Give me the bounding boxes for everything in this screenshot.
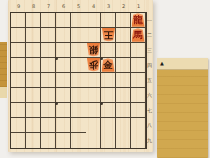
board-cell-2一[interactable] xyxy=(116,13,131,28)
board-cell-5四[interactable] xyxy=(71,58,86,73)
file-label-8: 8 xyxy=(26,1,41,11)
board-cell-4四[interactable]: 歩 xyxy=(86,58,101,73)
board-cell-2九[interactable] xyxy=(116,133,131,148)
board-cell-5二[interactable] xyxy=(71,28,86,43)
board-cell-2八[interactable] xyxy=(116,118,131,133)
piece-gote-silver[interactable]: 銀 xyxy=(87,43,100,57)
board-cell-6一[interactable] xyxy=(56,13,71,28)
board-cell-8二[interactable] xyxy=(26,28,41,43)
board-cell-1五[interactable] xyxy=(131,73,146,88)
rank-labels: 一二三四五六七八九 xyxy=(146,12,153,149)
board-cell-7一[interactable] xyxy=(41,13,56,28)
piece-gote-king[interactable]: 王 xyxy=(102,28,115,42)
shogi-board: 987654321 龍王馬銀歩金 一二三四五六七八九 xyxy=(8,0,153,152)
board-cell-8九[interactable] xyxy=(26,133,41,148)
file-labels: 987654321 xyxy=(11,1,146,11)
file-label-6: 6 xyxy=(56,1,71,11)
board-cell-4五[interactable] xyxy=(86,73,101,88)
board-cell-6七[interactable] xyxy=(56,103,71,118)
board-cell-4八[interactable] xyxy=(86,118,101,133)
file-label-2: 2 xyxy=(116,1,131,11)
board-cell-7四[interactable] xyxy=(41,58,56,73)
file-label-5: 5 xyxy=(71,1,86,11)
board-cell-3七[interactable] xyxy=(101,103,116,118)
board-cell-7九[interactable] xyxy=(41,133,56,148)
file-label-9: 9 xyxy=(11,1,26,11)
file-label-7: 7 xyxy=(41,1,56,11)
board-cell-2五[interactable] xyxy=(116,73,131,88)
board-cell-8三[interactable] xyxy=(26,43,41,58)
piece-sente-dragon[interactable]: 龍 xyxy=(132,13,145,27)
board-cell-9六[interactable] xyxy=(11,88,26,103)
file-label-4: 4 xyxy=(86,1,101,11)
board-cell-3一[interactable] xyxy=(101,13,116,28)
board-cell-1九[interactable] xyxy=(131,133,146,148)
rank-label: 九 xyxy=(146,132,153,147)
board-cell-8五[interactable] xyxy=(26,73,41,88)
board-cell-3六[interactable] xyxy=(101,88,116,103)
board-cell-6八[interactable] xyxy=(56,118,71,133)
board-cell-4三[interactable]: 銀 xyxy=(86,43,101,58)
gote-piece-stand xyxy=(0,42,7,87)
board-cell-5八[interactable] xyxy=(71,118,86,133)
rank-label: 五 xyxy=(146,72,153,87)
piece-gote-pawn[interactable]: 歩 xyxy=(87,58,100,72)
board-cell-9七[interactable] xyxy=(11,103,26,118)
sente-piece-stand: ▲ xyxy=(157,58,208,158)
board-cell-9三[interactable] xyxy=(11,43,26,58)
board-cell-8一[interactable] xyxy=(26,13,41,28)
board-cell-6二[interactable] xyxy=(56,28,71,43)
board-cell-6六[interactable] xyxy=(56,88,71,103)
board-cell-8七[interactable] xyxy=(26,103,41,118)
board-cell-6四[interactable] xyxy=(56,58,71,73)
file-label-1: 1 xyxy=(131,1,146,11)
piece-sente-gold[interactable]: 金 xyxy=(102,58,115,72)
board-cell-1三[interactable] xyxy=(131,43,146,58)
board-cell-4九[interactable] xyxy=(86,133,101,148)
board-cell-2二[interactable] xyxy=(116,28,131,43)
board-cell-8四[interactable] xyxy=(26,58,41,73)
rank-label: 七 xyxy=(146,102,153,117)
board-cell-9四[interactable] xyxy=(11,58,26,73)
piece-sente-horse[interactable]: 馬 xyxy=(132,28,145,42)
board-cell-2四[interactable] xyxy=(116,58,131,73)
rank-label: 一 xyxy=(146,12,153,27)
rank-label: 四 xyxy=(146,57,153,72)
board-cell-8六[interactable] xyxy=(26,88,41,103)
board-cell-1六[interactable] xyxy=(131,88,146,103)
board-cell-5七[interactable] xyxy=(71,103,86,118)
star-point xyxy=(55,102,58,105)
board-cell-9二[interactable] xyxy=(11,28,26,43)
board-cell-7二[interactable] xyxy=(41,28,56,43)
board-cell-4二[interactable] xyxy=(86,28,101,43)
board-cell-3八[interactable] xyxy=(101,118,116,133)
rank-label: 八 xyxy=(146,117,153,132)
board-cell-9一[interactable] xyxy=(11,13,26,28)
file-label-3: 3 xyxy=(101,1,116,11)
board-cell-5五[interactable] xyxy=(71,73,86,88)
sente-piece-stand-header: ▲ xyxy=(157,58,208,70)
board-cell-3九[interactable] xyxy=(101,133,116,148)
board-cell-7七[interactable] xyxy=(41,103,56,118)
board-grid: 龍王馬銀歩金 xyxy=(10,12,147,149)
board-cell-4七[interactable] xyxy=(86,103,101,118)
board-cell-2三[interactable] xyxy=(116,43,131,58)
rank-label: 六 xyxy=(146,87,153,102)
board-cell-5九[interactable] xyxy=(71,133,86,148)
sente-hand-pieces xyxy=(157,70,208,158)
board-cell-1四[interactable] xyxy=(131,58,146,73)
rank-label: 二 xyxy=(146,27,153,42)
star-point xyxy=(55,57,58,60)
board-cell-4六[interactable] xyxy=(86,88,101,103)
board-cell-2七[interactable] xyxy=(116,103,131,118)
rank-label: 三 xyxy=(146,42,153,57)
sente-marker-icon: ▲ xyxy=(160,61,164,66)
board-cell-7八[interactable] xyxy=(41,118,56,133)
board-cell-5三[interactable] xyxy=(71,43,86,58)
board-cell-3五[interactable] xyxy=(101,73,116,88)
board-cell-7五[interactable] xyxy=(41,73,56,88)
board-cell-1一[interactable]: 龍 xyxy=(131,13,146,28)
board-cell-9九[interactable] xyxy=(11,133,26,148)
board-cell-7三[interactable] xyxy=(41,43,56,58)
board-cell-3三[interactable] xyxy=(101,43,116,58)
board-cell-6九[interactable] xyxy=(56,133,71,148)
board-cell-9五[interactable] xyxy=(11,73,26,88)
board-cell-7六[interactable] xyxy=(41,88,56,103)
board-cell-1七[interactable] xyxy=(131,103,146,118)
board-cell-4一[interactable] xyxy=(86,13,101,28)
board-cell-6三[interactable] xyxy=(56,43,71,58)
board-cell-9八[interactable] xyxy=(11,118,26,133)
gote-piece-stand-header xyxy=(0,87,7,98)
board-cell-2六[interactable] xyxy=(116,88,131,103)
board-cell-1八[interactable] xyxy=(131,118,146,133)
board-cell-8八[interactable] xyxy=(26,118,41,133)
board-cell-5六[interactable] xyxy=(71,88,86,103)
board-cell-3二[interactable]: 王 xyxy=(101,28,116,43)
shogi-app: 987654321 龍王馬銀歩金 一二三四五六七八九 ▲ xyxy=(0,0,210,158)
star-point xyxy=(100,102,103,105)
board-cell-5一[interactable] xyxy=(71,13,86,28)
board-cell-3四[interactable]: 金 xyxy=(101,58,116,73)
board-cell-1二[interactable]: 馬 xyxy=(131,28,146,43)
board-cell-6五[interactable] xyxy=(56,73,71,88)
